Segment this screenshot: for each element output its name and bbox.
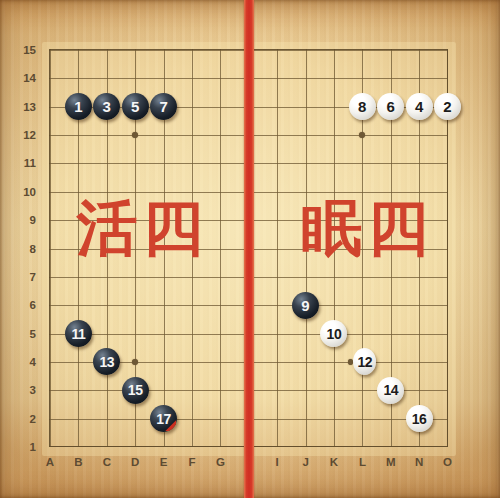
intersection-O15[interactable] bbox=[433, 36, 461, 64]
move-number: 13 bbox=[99, 355, 114, 369]
intersection-A15[interactable] bbox=[36, 36, 64, 64]
intersection-C5[interactable] bbox=[93, 319, 121, 347]
intersection-A10[interactable] bbox=[36, 178, 64, 206]
intersection-O2[interactable] bbox=[433, 404, 461, 432]
intersection-J15[interactable] bbox=[291, 36, 319, 64]
row-label-6: 6 bbox=[14, 299, 36, 311]
intersection-L2[interactable] bbox=[348, 404, 376, 432]
intersection-B5[interactable]: 11 bbox=[64, 319, 92, 347]
intersection-M3[interactable]: 14 bbox=[376, 376, 404, 404]
intersection-G5[interactable] bbox=[206, 319, 234, 347]
move-number: 12 bbox=[358, 355, 373, 369]
intersection-A8[interactable] bbox=[36, 234, 64, 262]
move-number: 2 bbox=[443, 99, 451, 114]
white-stone-K5[interactable]: 10 bbox=[320, 320, 347, 347]
intersection-E11[interactable] bbox=[149, 149, 177, 177]
intersection-A14[interactable] bbox=[36, 64, 64, 92]
column-label-N: N bbox=[408, 456, 430, 468]
divider-line bbox=[244, 0, 254, 498]
intersection-B6[interactable] bbox=[64, 291, 92, 319]
intersection-I12[interactable] bbox=[263, 121, 291, 149]
intersection-G13[interactable] bbox=[206, 93, 234, 121]
intersection-G12[interactable] bbox=[206, 121, 234, 149]
intersection-F11[interactable] bbox=[178, 149, 206, 177]
intersection-B2[interactable] bbox=[64, 404, 92, 432]
move-number: 6 bbox=[387, 99, 395, 114]
intersection-O11[interactable] bbox=[433, 149, 461, 177]
black-stone-E2[interactable]: 17 bbox=[150, 405, 177, 432]
intersection-K14[interactable] bbox=[320, 64, 348, 92]
star-point-L12 bbox=[359, 132, 365, 138]
move-number: 10 bbox=[327, 327, 342, 341]
intersection-N2[interactable]: 16 bbox=[405, 404, 433, 432]
black-stone-D3[interactable]: 15 bbox=[122, 377, 149, 404]
intersection-E3[interactable] bbox=[149, 376, 177, 404]
intersection-D14[interactable] bbox=[121, 64, 149, 92]
intersection-I11[interactable] bbox=[263, 149, 291, 177]
intersection-C4[interactable]: 13 bbox=[93, 348, 121, 376]
intersection-K2[interactable] bbox=[320, 404, 348, 432]
intersection-E6[interactable] bbox=[149, 291, 177, 319]
row-label-2: 2 bbox=[14, 413, 36, 425]
intersection-K15[interactable] bbox=[320, 36, 348, 64]
intersection-J6[interactable]: 9 bbox=[291, 291, 319, 319]
intersection-A7[interactable] bbox=[36, 263, 64, 291]
black-stone-J6[interactable]: 9 bbox=[292, 292, 319, 319]
row-label-5: 5 bbox=[14, 328, 36, 340]
intersection-A13[interactable] bbox=[36, 93, 64, 121]
move-number: 14 bbox=[383, 383, 398, 397]
intersection-C15[interactable] bbox=[93, 36, 121, 64]
intersection-B15[interactable] bbox=[64, 36, 92, 64]
intersection-O7[interactable] bbox=[433, 263, 461, 291]
row-label-4: 4 bbox=[14, 356, 36, 368]
white-stone-M3[interactable]: 14 bbox=[377, 377, 404, 404]
black-stone-B5[interactable]: 11 bbox=[65, 320, 92, 347]
column-label-G: G bbox=[209, 456, 231, 468]
intersection-J14[interactable] bbox=[291, 64, 319, 92]
intersection-G11[interactable] bbox=[206, 149, 234, 177]
intersection-F15[interactable] bbox=[178, 36, 206, 64]
star-point-D12 bbox=[132, 132, 138, 138]
column-label-E: E bbox=[153, 456, 175, 468]
intersection-B12[interactable] bbox=[64, 121, 92, 149]
intersection-F3[interactable] bbox=[178, 376, 206, 404]
move-number: 9 bbox=[301, 298, 309, 313]
intersection-M5[interactable] bbox=[376, 319, 404, 347]
intersection-B14[interactable] bbox=[64, 64, 92, 92]
intersection-N12[interactable] bbox=[405, 121, 433, 149]
intersection-K6[interactable] bbox=[320, 291, 348, 319]
goban-board: 1357864291110131215141716 15141312111098… bbox=[0, 0, 500, 498]
intersection-I9[interactable] bbox=[263, 206, 291, 234]
intersection-C11[interactable] bbox=[93, 149, 121, 177]
intersection-J11[interactable] bbox=[291, 149, 319, 177]
intersection-B3[interactable] bbox=[64, 376, 92, 404]
move-number: 17 bbox=[156, 412, 171, 426]
row-label-15: 15 bbox=[14, 44, 36, 56]
intersection-L4[interactable]: 12 bbox=[348, 348, 376, 376]
intersection-J3[interactable] bbox=[291, 376, 319, 404]
intersection-C6[interactable] bbox=[93, 291, 121, 319]
intersection-I5[interactable] bbox=[263, 319, 291, 347]
intersection-C2[interactable] bbox=[93, 404, 121, 432]
move-number: 16 bbox=[412, 412, 427, 426]
intersection-D11[interactable] bbox=[121, 149, 149, 177]
intersection-F12[interactable] bbox=[178, 121, 206, 149]
intersection-C13[interactable]: 3 bbox=[93, 93, 121, 121]
intersection-O6[interactable] bbox=[433, 291, 461, 319]
row-label-14: 14 bbox=[14, 72, 36, 84]
intersection-D15[interactable] bbox=[121, 36, 149, 64]
black-stone-E13[interactable]: 7 bbox=[150, 93, 177, 120]
intersection-A2[interactable] bbox=[36, 404, 64, 432]
intersection-A11[interactable] bbox=[36, 149, 64, 177]
white-stone-O13[interactable]: 2 bbox=[434, 93, 461, 120]
intersection-M4[interactable] bbox=[376, 348, 404, 376]
intersection-E4[interactable] bbox=[149, 348, 177, 376]
intersection-I4[interactable] bbox=[263, 348, 291, 376]
row-label-10: 10 bbox=[14, 186, 36, 198]
intersection-K4[interactable] bbox=[320, 348, 348, 376]
intersection-F2[interactable] bbox=[178, 404, 206, 432]
intersection-G15[interactable] bbox=[206, 36, 234, 64]
intersection-O3[interactable] bbox=[433, 376, 461, 404]
intersection-D4[interactable] bbox=[121, 348, 149, 376]
intersection-J13[interactable] bbox=[291, 93, 319, 121]
intersection-F4[interactable] bbox=[178, 348, 206, 376]
intersection-L14[interactable] bbox=[348, 64, 376, 92]
white-stone-N2[interactable]: 16 bbox=[406, 405, 433, 432]
intersection-O12[interactable] bbox=[433, 121, 461, 149]
intersection-I3[interactable] bbox=[263, 376, 291, 404]
intersection-J4[interactable] bbox=[291, 348, 319, 376]
intersection-A12[interactable] bbox=[36, 121, 64, 149]
intersection-K11[interactable] bbox=[320, 149, 348, 177]
intersection-M15[interactable] bbox=[376, 36, 404, 64]
column-label-L: L bbox=[351, 456, 373, 468]
column-label-O: O bbox=[437, 456, 459, 468]
row-label-12: 12 bbox=[14, 129, 36, 141]
label-live-four: 活四 bbox=[68, 188, 212, 268]
label-sleep-four: 眠四 bbox=[293, 188, 437, 268]
column-label-A: A bbox=[39, 456, 61, 468]
row-label-8: 8 bbox=[14, 243, 36, 255]
move-number: 1 bbox=[74, 99, 82, 114]
intersection-B11[interactable] bbox=[64, 149, 92, 177]
intersection-L12[interactable] bbox=[348, 121, 376, 149]
intersection-E12[interactable] bbox=[149, 121, 177, 149]
intersection-O14[interactable] bbox=[433, 64, 461, 92]
column-label-J: J bbox=[295, 456, 317, 468]
intersection-G6[interactable] bbox=[206, 291, 234, 319]
intersection-A5[interactable] bbox=[36, 319, 64, 347]
column-label-F: F bbox=[181, 456, 203, 468]
intersection-N15[interactable] bbox=[405, 36, 433, 64]
intersection-J5[interactable] bbox=[291, 319, 319, 347]
intersection-D13[interactable]: 5 bbox=[121, 93, 149, 121]
intersection-L5[interactable] bbox=[348, 319, 376, 347]
move-number: 3 bbox=[103, 99, 111, 114]
intersection-I8[interactable] bbox=[263, 234, 291, 262]
intersection-I13[interactable] bbox=[263, 93, 291, 121]
intersection-I2[interactable] bbox=[263, 404, 291, 432]
row-label-11: 11 bbox=[14, 157, 36, 169]
intersection-D12[interactable] bbox=[121, 121, 149, 149]
column-label-C: C bbox=[96, 456, 118, 468]
intersection-O8[interactable] bbox=[433, 234, 461, 262]
white-stone-L13[interactable]: 8 bbox=[349, 93, 376, 120]
move-number: 7 bbox=[159, 99, 167, 114]
intersection-M6[interactable] bbox=[376, 291, 404, 319]
move-number: 15 bbox=[128, 383, 143, 397]
intersection-N11[interactable] bbox=[405, 149, 433, 177]
intersection-D5[interactable] bbox=[121, 319, 149, 347]
column-label-B: B bbox=[67, 456, 89, 468]
intersection-G3[interactable] bbox=[206, 376, 234, 404]
intersection-I6[interactable] bbox=[263, 291, 291, 319]
intersection-N6[interactable] bbox=[405, 291, 433, 319]
column-label-K: K bbox=[323, 456, 345, 468]
column-label-D: D bbox=[124, 456, 146, 468]
white-stone-M13[interactable]: 6 bbox=[377, 93, 404, 120]
intersection-A6[interactable] bbox=[36, 291, 64, 319]
intersection-G2[interactable] bbox=[206, 404, 234, 432]
intersection-O4[interactable] bbox=[433, 348, 461, 376]
intersection-A4[interactable] bbox=[36, 348, 64, 376]
intersection-M13[interactable]: 6 bbox=[376, 93, 404, 121]
intersection-D2[interactable] bbox=[121, 404, 149, 432]
intersection-B4[interactable] bbox=[64, 348, 92, 376]
intersection-N3[interactable] bbox=[405, 376, 433, 404]
intersection-K13[interactable] bbox=[320, 93, 348, 121]
intersection-E15[interactable] bbox=[149, 36, 177, 64]
intersection-N5[interactable] bbox=[405, 319, 433, 347]
white-stone-L4[interactable]: 12 bbox=[353, 348, 376, 375]
intersection-O10[interactable] bbox=[433, 178, 461, 206]
intersection-N13[interactable]: 4 bbox=[405, 93, 433, 121]
intersection-M14[interactable] bbox=[376, 64, 404, 92]
intersection-O9[interactable] bbox=[433, 206, 461, 234]
intersection-D6[interactable] bbox=[121, 291, 149, 319]
intersection-N14[interactable] bbox=[405, 64, 433, 92]
intersection-M11[interactable] bbox=[376, 149, 404, 177]
intersection-L6[interactable] bbox=[348, 291, 376, 319]
intersection-J2[interactable] bbox=[291, 404, 319, 432]
intersection-E14[interactable] bbox=[149, 64, 177, 92]
intersection-F14[interactable] bbox=[178, 64, 206, 92]
intersection-K3[interactable] bbox=[320, 376, 348, 404]
intersection-B13[interactable]: 1 bbox=[64, 93, 92, 121]
column-label-I: I bbox=[266, 456, 288, 468]
intersection-L3[interactable] bbox=[348, 376, 376, 404]
intersection-F6[interactable] bbox=[178, 291, 206, 319]
intersection-F5[interactable] bbox=[178, 319, 206, 347]
intersection-C3[interactable] bbox=[93, 376, 121, 404]
intersection-I7[interactable] bbox=[263, 263, 291, 291]
black-stone-D13[interactable]: 5 bbox=[122, 93, 149, 120]
intersection-K5[interactable]: 10 bbox=[320, 319, 348, 347]
row-label-3: 3 bbox=[14, 384, 36, 396]
intersection-I14[interactable] bbox=[263, 64, 291, 92]
black-stone-C4[interactable]: 13 bbox=[93, 348, 120, 375]
intersection-O5[interactable] bbox=[433, 319, 461, 347]
intersection-L13[interactable]: 8 bbox=[348, 93, 376, 121]
intersection-A9[interactable] bbox=[36, 206, 64, 234]
intersection-O13[interactable]: 2 bbox=[433, 93, 461, 121]
intersection-I15[interactable] bbox=[263, 36, 291, 64]
move-number: 11 bbox=[71, 327, 85, 341]
row-label-9: 9 bbox=[14, 214, 36, 226]
column-label-M: M bbox=[380, 456, 402, 468]
intersection-E13[interactable]: 7 bbox=[149, 93, 177, 121]
intersection-L15[interactable] bbox=[348, 36, 376, 64]
move-number: 8 bbox=[358, 99, 366, 114]
black-stone-C13[interactable]: 3 bbox=[93, 93, 120, 120]
row-label-7: 7 bbox=[14, 271, 36, 283]
white-stone-N13[interactable]: 4 bbox=[406, 93, 433, 120]
intersection-C14[interactable] bbox=[93, 64, 121, 92]
star-point-D4 bbox=[132, 359, 138, 365]
intersection-L11[interactable] bbox=[348, 149, 376, 177]
intersection-E2[interactable]: 17 bbox=[149, 404, 177, 432]
move-number: 5 bbox=[131, 99, 139, 114]
intersection-E5[interactable] bbox=[149, 319, 177, 347]
intersection-G14[interactable] bbox=[206, 64, 234, 92]
intersection-G4[interactable] bbox=[206, 348, 234, 376]
black-stone-B13[interactable]: 1 bbox=[65, 93, 92, 120]
intersection-C12[interactable] bbox=[93, 121, 121, 149]
row-label-13: 13 bbox=[14, 101, 36, 113]
intersection-J12[interactable] bbox=[291, 121, 319, 149]
intersection-M12[interactable] bbox=[376, 121, 404, 149]
intersection-D3[interactable]: 15 bbox=[121, 376, 149, 404]
intersection-N4[interactable] bbox=[405, 348, 433, 376]
intersection-K12[interactable] bbox=[320, 121, 348, 149]
move-number: 4 bbox=[415, 99, 423, 114]
intersection-M2[interactable] bbox=[376, 404, 404, 432]
row-label-1: 1 bbox=[14, 441, 36, 453]
intersection-I10[interactable] bbox=[263, 178, 291, 206]
intersection-F13[interactable] bbox=[178, 93, 206, 121]
intersection-A3[interactable] bbox=[36, 376, 64, 404]
